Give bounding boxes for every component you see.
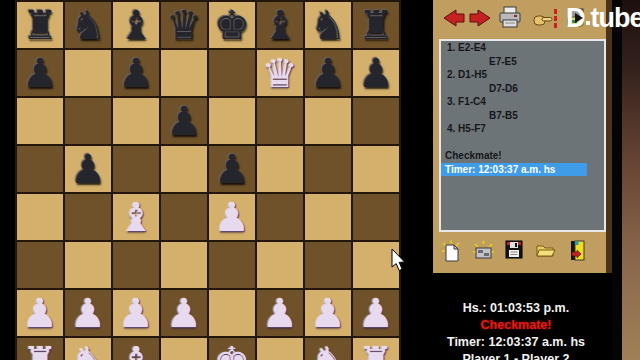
square-f7[interactable]: ♛ (257, 50, 303, 96)
square-e7[interactable] (209, 50, 255, 96)
piece-white-bishop[interactable]: ♝ (113, 338, 159, 360)
move-list-row[interactable]: D7-D6 (441, 82, 604, 96)
dtube-logo-dot (586, 21, 590, 25)
square-b1[interactable]: ♞ (65, 338, 111, 360)
move-list-row[interactable]: 1. E2-E4 (441, 41, 604, 55)
piece-black-pawn[interactable]: ♟ (305, 50, 351, 96)
piece-white-pawn[interactable]: ♟ (305, 290, 351, 336)
square-c2[interactable]: ♟ (113, 290, 159, 336)
piece-white-pawn[interactable]: ♟ (17, 290, 63, 336)
piece-white-pawn[interactable]: ♟ (65, 290, 111, 336)
move-list-row[interactable] (441, 136, 604, 150)
piece-white-rook[interactable]: ♜ (353, 338, 399, 360)
move-list-row[interactable]: E7-E5 (441, 55, 604, 69)
square-b6[interactable] (65, 98, 111, 144)
dtube-logo-text: tube (591, 3, 640, 33)
setup-board-button[interactable] (472, 240, 495, 262)
square-c4[interactable]: ♝ (113, 194, 159, 240)
square-c5[interactable] (113, 146, 159, 192)
piece-black-rook[interactable]: ♜ (353, 2, 399, 48)
square-d8[interactable]: ♛ (161, 2, 207, 48)
square-a2[interactable]: ♟ (17, 290, 63, 336)
timer-line: Timer: 12:03:37 a.m. hs (422, 334, 610, 351)
piece-white-pawn[interactable]: ♟ (161, 290, 207, 336)
square-h8[interactable]: ♜ (353, 2, 399, 48)
square-a5[interactable] (17, 146, 63, 192)
piece-white-bishop[interactable]: ♝ (113, 194, 159, 240)
square-g1[interactable]: ♞ (305, 338, 351, 360)
square-f8[interactable]: ♝ (257, 2, 303, 48)
square-f6[interactable] (257, 98, 303, 144)
open-game-button[interactable] (536, 243, 556, 258)
players-line: Player 1 - Player 2 (422, 351, 610, 360)
square-d1[interactable] (161, 338, 207, 360)
piece-black-pawn[interactable]: ♟ (209, 146, 255, 192)
square-c6[interactable] (113, 98, 159, 144)
black-divider-strip (612, 0, 622, 360)
square-h5[interactable] (353, 146, 399, 192)
move-list-row[interactable]: Checkmate! (441, 149, 604, 163)
square-a8[interactable]: ♜ (17, 2, 63, 48)
square-d6[interactable]: ♟ (161, 98, 207, 144)
square-h4[interactable] (353, 194, 399, 240)
piece-white-queen[interactable]: ♛ (257, 50, 303, 96)
square-e4[interactable]: ♟ (209, 194, 255, 240)
square-a6[interactable] (17, 98, 63, 144)
square-d2[interactable]: ♟ (161, 290, 207, 336)
piece-white-knight[interactable]: ♞ (65, 338, 111, 360)
square-c3[interactable] (113, 242, 159, 288)
status-block: Hs.: 01:03:53 p.m. Checkmate! Timer: 12:… (422, 300, 610, 360)
square-g8[interactable]: ♞ (305, 2, 351, 48)
square-g3[interactable] (305, 242, 351, 288)
square-e5[interactable]: ♟ (209, 146, 255, 192)
square-d7[interactable] (161, 50, 207, 96)
piece-white-pawn[interactable]: ♟ (113, 290, 159, 336)
square-f1[interactable] (257, 338, 303, 360)
square-f5[interactable] (257, 146, 303, 192)
chess-board[interactable]: ♜♞♝♛♚♝♞♜♟♟♛♟♟♟♟♟♝♟♟♟♟♟♟♟♟♜♞♝♚♞♜ (15, 0, 401, 360)
piece-black-bishop[interactable]: ♝ (113, 2, 159, 48)
chess-app-window: { "game": "chess", "position": { "fen": … (0, 0, 640, 360)
square-d4[interactable] (161, 194, 207, 240)
square-a7[interactable]: ♟ (17, 50, 63, 96)
exit-button[interactable] (570, 240, 585, 261)
hand-pointer-icon[interactable] (533, 7, 558, 30)
square-e2[interactable] (209, 290, 255, 336)
square-f3[interactable] (257, 242, 303, 288)
move-list-row[interactable]: 3. F1-C4 (441, 95, 604, 109)
square-f4[interactable] (257, 194, 303, 240)
piece-black-pawn[interactable]: ♟ (353, 50, 399, 96)
square-h6[interactable] (353, 98, 399, 144)
piece-white-king[interactable]: ♚ (209, 338, 255, 360)
background-column (622, 0, 640, 360)
piece-black-pawn[interactable]: ♟ (17, 50, 63, 96)
square-h7[interactable]: ♟ (353, 50, 399, 96)
move-list[interactable]: 1. E2-E4E7-E52. D1-H5D7-D63. F1-C4B7-B54… (439, 39, 606, 232)
piece-black-knight[interactable]: ♞ (305, 2, 351, 48)
piece-white-pawn[interactable]: ♟ (353, 290, 399, 336)
square-b5[interactable]: ♟ (65, 146, 111, 192)
checkmate-line: Checkmate! (422, 317, 610, 334)
square-b7[interactable] (65, 50, 111, 96)
square-c1[interactable]: ♝ (113, 338, 159, 360)
piece-white-knight[interactable]: ♞ (305, 338, 351, 360)
square-a3[interactable] (17, 242, 63, 288)
square-d5[interactable] (161, 146, 207, 192)
move-list-row[interactable]: 2. D1-H5 (441, 68, 604, 82)
piece-black-queen[interactable]: ♛ (161, 2, 207, 48)
square-g6[interactable] (305, 98, 351, 144)
square-c8[interactable]: ♝ (113, 2, 159, 48)
piece-black-king[interactable]: ♚ (209, 2, 255, 48)
square-b2[interactable]: ♟ (65, 290, 111, 336)
square-a4[interactable] (17, 194, 63, 240)
square-g4[interactable] (305, 194, 351, 240)
back-arrow-icon[interactable] (443, 9, 465, 27)
square-b4[interactable] (65, 194, 111, 240)
move-list-row[interactable]: B7-B5 (441, 109, 604, 123)
square-b3[interactable] (65, 242, 111, 288)
dtube-logo: Dtube (566, 2, 640, 36)
forward-arrow-icon[interactable] (469, 9, 491, 27)
piece-black-pawn[interactable]: ♟ (65, 146, 111, 192)
square-b8[interactable]: ♞ (65, 2, 111, 48)
square-d3[interactable] (161, 242, 207, 288)
control-panel: 1. E2-E4E7-E52. D1-H5D7-D63. F1-C4B7-B54… (433, 0, 612, 273)
piece-white-pawn[interactable]: ♟ (209, 194, 255, 240)
piece-black-rook[interactable]: ♜ (17, 2, 63, 48)
move-list-row[interactable]: 4. H5-F7 (441, 122, 604, 136)
dtube-logo-d: D (566, 2, 585, 34)
piece-black-knight[interactable]: ♞ (65, 2, 111, 48)
square-e1[interactable]: ♚ (209, 338, 255, 360)
piece-black-pawn[interactable]: ♟ (161, 98, 207, 144)
save-game-button[interactable] (505, 240, 523, 259)
new-game-button[interactable] (441, 240, 462, 262)
square-h1[interactable]: ♜ (353, 338, 399, 360)
move-list-selected-row[interactable]: Timer: 12:03:37 a.m. hs (441, 163, 587, 177)
square-g7[interactable]: ♟ (305, 50, 351, 96)
square-h2[interactable]: ♟ (353, 290, 399, 336)
square-g2[interactable]: ♟ (305, 290, 351, 336)
print-icon[interactable] (498, 6, 522, 30)
square-e8[interactable]: ♚ (209, 2, 255, 48)
square-e6[interactable] (209, 98, 255, 144)
square-f2[interactable]: ♟ (257, 290, 303, 336)
piece-black-pawn[interactable]: ♟ (113, 50, 159, 96)
square-c7[interactable]: ♟ (113, 50, 159, 96)
square-g5[interactable] (305, 146, 351, 192)
square-e3[interactable] (209, 242, 255, 288)
piece-black-bishop[interactable]: ♝ (257, 2, 303, 48)
piece-white-rook[interactable]: ♜ (17, 338, 63, 360)
clock-line: Hs.: 01:03:53 p.m. (422, 300, 610, 317)
square-a1[interactable]: ♜ (17, 338, 63, 360)
mouse-cursor (391, 249, 407, 273)
piece-white-pawn[interactable]: ♟ (257, 290, 303, 336)
